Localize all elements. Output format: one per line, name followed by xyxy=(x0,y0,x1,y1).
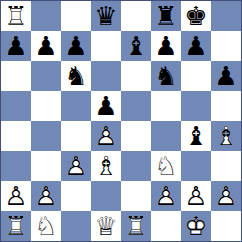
square-b7[interactable]: ♟ xyxy=(31,31,61,61)
square-f5[interactable] xyxy=(151,91,181,121)
black-knight-glyph-fill: ♞ xyxy=(151,61,181,91)
white-pawn-glyph-outline: ♙ xyxy=(181,181,211,211)
square-h5[interactable] xyxy=(211,91,241,121)
square-h7[interactable] xyxy=(211,31,241,61)
white-queen-glyph-outline: ♕ xyxy=(91,211,121,241)
black-pawn-glyph-fill: ♟ xyxy=(61,31,91,61)
square-a4[interactable] xyxy=(1,121,31,151)
square-c7[interactable]: ♟ xyxy=(61,31,91,61)
white-pawn-glyph-outline: ♙ xyxy=(31,181,61,211)
white-king-piece: ♚♔ xyxy=(181,211,211,241)
square-f3[interactable]: ♞♘ xyxy=(151,151,181,181)
square-e6[interactable] xyxy=(121,61,151,91)
white-pawn-piece: ♟♙ xyxy=(31,181,61,211)
black-pawn-piece: ♟ xyxy=(91,91,121,121)
square-h3[interactable] xyxy=(211,151,241,181)
square-a3[interactable] xyxy=(1,151,31,181)
white-knight-glyph-outline: ♘ xyxy=(31,211,61,241)
white-rook-piece: ♜♖ xyxy=(1,1,31,31)
square-b6[interactable] xyxy=(31,61,61,91)
square-d5[interactable]: ♟ xyxy=(91,91,121,121)
square-c2[interactable] xyxy=(61,181,91,211)
square-g5[interactable] xyxy=(181,91,211,121)
square-d4[interactable]: ♟♙ xyxy=(91,121,121,151)
black-bishop-piece: ♝ xyxy=(121,31,151,61)
black-knight-piece: ♞ xyxy=(151,61,181,91)
black-queen-piece: ♛ xyxy=(91,1,121,31)
white-rook-piece: ♜♖ xyxy=(121,211,151,241)
white-rook-glyph-outline: ♖ xyxy=(121,211,151,241)
square-c5[interactable] xyxy=(61,91,91,121)
square-a5[interactable] xyxy=(1,91,31,121)
square-g8[interactable]: ♚ xyxy=(181,1,211,31)
black-bishop-piece: ♝ xyxy=(181,121,211,151)
white-rook-glyph-outline: ♖ xyxy=(1,211,31,241)
white-pawn-glyph-outline: ♙ xyxy=(1,181,31,211)
square-f1[interactable] xyxy=(151,211,181,241)
square-d6[interactable] xyxy=(91,61,121,91)
white-pawn-piece: ♟♙ xyxy=(181,181,211,211)
white-bishop-glyph-outline: ♗ xyxy=(211,121,241,151)
black-bishop-glyph-fill: ♝ xyxy=(121,31,151,61)
square-g4[interactable]: ♝ xyxy=(181,121,211,151)
square-b4[interactable] xyxy=(31,121,61,151)
white-bishop-glyph-outline: ♗ xyxy=(91,151,121,181)
square-h6[interactable]: ♟ xyxy=(211,61,241,91)
square-c8[interactable] xyxy=(61,1,91,31)
square-a1[interactable]: ♜♖ xyxy=(1,211,31,241)
black-rook-glyph-fill: ♜ xyxy=(151,1,181,31)
black-pawn-piece: ♟ xyxy=(31,31,61,61)
square-c4[interactable] xyxy=(61,121,91,151)
black-queen-glyph-fill: ♛ xyxy=(91,1,121,31)
white-knight-piece: ♞♘ xyxy=(31,211,61,241)
square-e1[interactable]: ♜♖ xyxy=(121,211,151,241)
square-d3[interactable]: ♝♗ xyxy=(91,151,121,181)
square-b8[interactable] xyxy=(31,1,61,31)
square-c3[interactable]: ♟♙ xyxy=(61,151,91,181)
white-king-glyph-outline: ♔ xyxy=(181,211,211,241)
square-d8[interactable]: ♛ xyxy=(91,1,121,31)
white-pawn-piece: ♟♙ xyxy=(151,181,181,211)
square-f8[interactable]: ♜ xyxy=(151,1,181,31)
square-b3[interactable] xyxy=(31,151,61,181)
square-e8[interactable] xyxy=(121,1,151,31)
black-king-glyph-fill: ♚ xyxy=(181,1,211,31)
square-g7[interactable]: ♟ xyxy=(181,31,211,61)
square-f2[interactable]: ♟♙ xyxy=(151,181,181,211)
white-pawn-glyph-outline: ♙ xyxy=(151,181,181,211)
chess-board: ♜♖♛♜♚♟♟♟♝♟♟♞♞♟♟♟♙♝♝♗♟♙♝♗♞♘♟♙♟♙♟♙♟♙♟♙♜♖♞♘… xyxy=(0,0,242,242)
square-b5[interactable] xyxy=(31,91,61,121)
black-pawn-piece: ♟ xyxy=(181,31,211,61)
black-pawn-piece: ♟ xyxy=(151,31,181,61)
square-c6[interactable]: ♞ xyxy=(61,61,91,91)
white-queen-piece: ♛♕ xyxy=(91,211,121,241)
black-knight-piece: ♞ xyxy=(61,61,91,91)
square-a8[interactable]: ♜♖ xyxy=(1,1,31,31)
square-h8[interactable] xyxy=(211,1,241,31)
square-g6[interactable] xyxy=(181,61,211,91)
black-rook-piece: ♜ xyxy=(151,1,181,31)
white-pawn-piece: ♟♙ xyxy=(61,151,91,181)
square-a2[interactable]: ♟♙ xyxy=(1,181,31,211)
white-pawn-glyph-outline: ♙ xyxy=(61,151,91,181)
square-g2[interactable]: ♟♙ xyxy=(181,181,211,211)
square-e2[interactable] xyxy=(121,181,151,211)
square-e3[interactable] xyxy=(121,151,151,181)
black-pawn-glyph-fill: ♟ xyxy=(211,61,241,91)
square-e5[interactable] xyxy=(121,91,151,121)
square-h1[interactable] xyxy=(211,211,241,241)
square-f4[interactable] xyxy=(151,121,181,151)
white-knight-piece: ♞♘ xyxy=(151,151,181,181)
white-knight-glyph-outline: ♘ xyxy=(151,151,181,181)
square-g3[interactable] xyxy=(181,151,211,181)
black-pawn-glyph-fill: ♟ xyxy=(181,31,211,61)
white-bishop-piece: ♝♗ xyxy=(211,121,241,151)
white-bishop-piece: ♝♗ xyxy=(91,151,121,181)
square-c1[interactable] xyxy=(61,211,91,241)
square-a7[interactable]: ♟ xyxy=(1,31,31,61)
black-pawn-glyph-fill: ♟ xyxy=(91,91,121,121)
black-pawn-piece: ♟ xyxy=(61,31,91,61)
square-d1[interactable]: ♛♕ xyxy=(91,211,121,241)
square-b2[interactable]: ♟♙ xyxy=(31,181,61,211)
square-e7[interactable]: ♝ xyxy=(121,31,151,61)
white-pawn-glyph-outline: ♙ xyxy=(211,181,241,211)
square-g1[interactable]: ♚♔ xyxy=(181,211,211,241)
black-pawn-glyph-fill: ♟ xyxy=(31,31,61,61)
black-bishop-glyph-fill: ♝ xyxy=(181,121,211,151)
white-pawn-piece: ♟♙ xyxy=(1,181,31,211)
black-pawn-piece: ♟ xyxy=(1,31,31,61)
black-pawn-glyph-fill: ♟ xyxy=(151,31,181,61)
white-pawn-piece: ♟♙ xyxy=(91,121,121,151)
black-pawn-glyph-fill: ♟ xyxy=(1,31,31,61)
square-d2[interactable] xyxy=(91,181,121,211)
white-pawn-piece: ♟♙ xyxy=(211,181,241,211)
square-f7[interactable]: ♟ xyxy=(151,31,181,61)
square-d7[interactable] xyxy=(91,31,121,61)
square-e4[interactable] xyxy=(121,121,151,151)
white-pawn-glyph-outline: ♙ xyxy=(91,121,121,151)
black-king-piece: ♚ xyxy=(181,1,211,31)
white-rook-glyph-outline: ♖ xyxy=(1,1,31,31)
square-h4[interactable]: ♝♗ xyxy=(211,121,241,151)
square-b1[interactable]: ♞♘ xyxy=(31,211,61,241)
square-f6[interactable]: ♞ xyxy=(151,61,181,91)
square-a6[interactable] xyxy=(1,61,31,91)
square-h2[interactable]: ♟♙ xyxy=(211,181,241,211)
white-rook-piece: ♜♖ xyxy=(1,211,31,241)
black-pawn-piece: ♟ xyxy=(211,61,241,91)
black-knight-glyph-fill: ♞ xyxy=(61,61,91,91)
